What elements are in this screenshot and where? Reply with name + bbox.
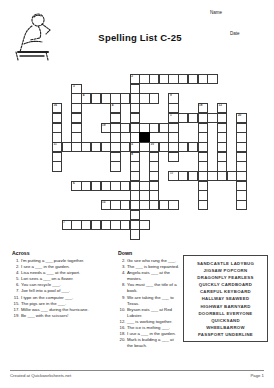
word-bank-entry: CAREFUL KEYBOARD bbox=[186, 288, 265, 295]
word-bank-entry: DOORBELL EVERYONE bbox=[186, 310, 265, 317]
clue-number-label: 20 bbox=[237, 114, 245, 117]
word-bank-entry: SANDCASTLE LADYBUG bbox=[186, 260, 265, 267]
word-bank-entry: QUICKSAND bbox=[186, 317, 265, 324]
clue-number-label: 7 bbox=[63, 221, 71, 224]
name-field-label[interactable]: Name bbox=[210, 10, 222, 15]
clue-item-text: Bryson eats ___ at Red Lobster. bbox=[127, 307, 180, 319]
clue-number-label: 8 bbox=[131, 153, 139, 156]
puzzle-cell[interactable] bbox=[198, 200, 208, 210]
across-clues: Across 1.I'm putting a ___ puzzle togeth… bbox=[12, 250, 116, 319]
puzzle-cell[interactable] bbox=[149, 93, 159, 103]
down-clues: Down 2.Go see who rang the ___.3.The ___… bbox=[118, 250, 180, 349]
puzzle-cell[interactable] bbox=[168, 200, 178, 210]
clue-item-text: Mark is building a ___ at the beach. bbox=[127, 337, 180, 349]
footer-divider bbox=[10, 370, 264, 371]
clue-number-label: 2 bbox=[131, 75, 139, 78]
word-bank-entry: WHEELBARROW bbox=[186, 324, 265, 331]
puzzle-cell[interactable] bbox=[236, 200, 246, 210]
clue-number-label: 15 bbox=[102, 201, 110, 204]
clue-item-number: 19. bbox=[12, 313, 21, 319]
clue-item-number: 4. bbox=[118, 270, 127, 282]
clue-item: 10.Bryson eats ___ at Red Lobster. bbox=[118, 307, 180, 319]
clue-number-label: 3 bbox=[72, 85, 80, 88]
clue-item-number: 10. bbox=[118, 307, 127, 319]
puzzle-cell[interactable] bbox=[52, 161, 62, 171]
word-bank-box: SANDCASTLE LADYBUGJIGSAW POPCORNDRAGONFL… bbox=[183, 255, 268, 342]
clue-item-text: You must ___ the title of a book. bbox=[127, 282, 180, 294]
page-title: Spelling List C-25 bbox=[60, 32, 220, 43]
clue-item-text: Angela eats ___ at the movies. bbox=[127, 270, 180, 282]
clue-item-number: 8. bbox=[118, 282, 127, 294]
crossword-grid: 2349164181212019115108176157 bbox=[52, 74, 252, 244]
word-bank-entry: DRAGONFLY FEARLESS bbox=[186, 274, 265, 281]
clue-number-label: 9 bbox=[169, 94, 177, 97]
clue-number-label: 6 bbox=[72, 182, 80, 185]
down-clue-list: 2.Go see who rang the ___.3.The ___ is b… bbox=[118, 258, 180, 349]
across-clue-list: 1.I'm putting a ___ puzzle together.2.I … bbox=[12, 258, 116, 319]
clue-number-label: 5 bbox=[131, 143, 139, 146]
clue-number-label: 4 bbox=[111, 104, 119, 107]
puzzle-cell[interactable] bbox=[130, 229, 140, 239]
footer-credit: Created at Quickworksheets.net bbox=[10, 373, 71, 378]
clue-item-text: We are taking the ___ to Texas. bbox=[127, 295, 180, 307]
clue-item: 8.You must ___ the title of a book. bbox=[118, 282, 180, 294]
down-heading: Down bbox=[118, 250, 180, 256]
word-bank-entry: PASSPORT UNDERLINE bbox=[186, 331, 265, 338]
puzzle-cell[interactable] bbox=[110, 161, 120, 171]
word-bank-entry: HIGHWAY BARNYARD bbox=[186, 303, 265, 310]
writer-clipart-icon bbox=[12, 10, 56, 62]
footer-page-number: Page 1 bbox=[250, 373, 264, 378]
word-bank-entry: JIGSAW POPCORN bbox=[186, 267, 265, 274]
clue-number-label: 1 bbox=[169, 114, 177, 117]
clue-number-label: 10 bbox=[150, 143, 158, 146]
clue-number-label: 12 bbox=[218, 104, 226, 107]
across-heading: Across bbox=[12, 250, 116, 256]
clue-item-text: Be ___ with the scissors! bbox=[21, 313, 116, 319]
puzzle-cell[interactable] bbox=[168, 152, 178, 162]
clue-number-label: 11 bbox=[53, 143, 61, 146]
clue-number-label: 17 bbox=[169, 172, 177, 175]
clue-number-label: 18 bbox=[199, 104, 207, 107]
word-bank-entry: HALLWAY SEAWEED bbox=[186, 295, 265, 302]
puzzle-cell[interactable] bbox=[207, 74, 217, 84]
puzzle-cell[interactable] bbox=[139, 220, 149, 230]
clue-item-number: 9. bbox=[118, 295, 127, 307]
clue-number-label: 19 bbox=[102, 124, 110, 127]
clue-item: 20.Mark is building a ___ at the beach. bbox=[118, 337, 180, 349]
clue-item: 19.Be ___ with the scissors! bbox=[12, 313, 116, 319]
worksheet-page: Spelling List C-25 Name Date 23491641812… bbox=[0, 0, 274, 388]
clue-item: 9.We are taking the ___ to Texas. bbox=[118, 295, 180, 307]
word-bank-entry: QUICKLY CARDBOARD bbox=[186, 281, 265, 288]
clue-item-number: 20. bbox=[118, 337, 127, 349]
clue-number-label: 16 bbox=[53, 104, 61, 107]
date-field-label[interactable]: Date bbox=[230, 31, 240, 36]
clue-item: 4.Angela eats ___ at the movies. bbox=[118, 270, 180, 282]
clue-number-label: 4 bbox=[82, 94, 90, 97]
